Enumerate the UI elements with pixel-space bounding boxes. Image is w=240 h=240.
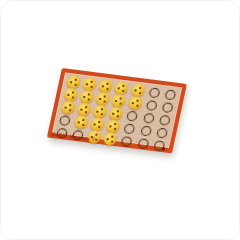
empty-circle [143,112,155,123]
empty-circle [126,110,138,121]
empty-circle [164,89,176,100]
empty-circle [145,100,157,111]
empty-circle [140,125,152,136]
empty-circle [159,114,171,125]
empty-circle [162,102,174,113]
grid-cell [150,138,169,153]
empty-circle [121,136,133,147]
empty-circle [148,87,160,98]
empty-circle [59,115,71,126]
empty-circle [137,138,149,149]
cookie [103,132,119,146]
empty-circle [124,123,136,134]
empty-circle [156,127,168,138]
